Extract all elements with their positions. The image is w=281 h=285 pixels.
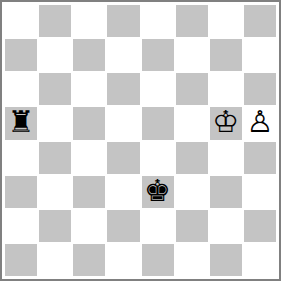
square-f5: [175, 106, 209, 140]
square-c8: [72, 4, 106, 38]
square-f1: [175, 243, 209, 277]
square-g1: [209, 243, 243, 277]
square-d7: [106, 38, 140, 72]
square-b5: [38, 106, 72, 140]
square-g7: [209, 38, 243, 72]
chess-diagram-page: ♜♔♙♚: [0, 0, 281, 285]
square-c7: [72, 38, 106, 72]
square-d8: [106, 4, 140, 38]
square-b2: [38, 209, 72, 243]
square-g4: [209, 141, 243, 175]
square-d4: [106, 141, 140, 175]
square-h4: [243, 141, 277, 175]
square-f4: [175, 141, 209, 175]
square-d1: [106, 243, 140, 277]
square-c4: [72, 141, 106, 175]
square-e4: [141, 141, 175, 175]
square-a7: [4, 38, 38, 72]
square-e8: [141, 4, 175, 38]
square-h3: [243, 175, 277, 209]
square-d6: [106, 72, 140, 106]
square-e3: ♚: [141, 175, 175, 209]
square-b4: [38, 141, 72, 175]
piece-black-rook: ♜: [8, 107, 35, 137]
square-b1: [38, 243, 72, 277]
square-d2: [106, 209, 140, 243]
square-b8: [38, 4, 72, 38]
square-e6: [141, 72, 175, 106]
piece-black-king: ♚: [144, 176, 171, 206]
square-c2: [72, 209, 106, 243]
square-f7: [175, 38, 209, 72]
square-f3: [175, 175, 209, 209]
square-a4: [4, 141, 38, 175]
square-c5: [72, 106, 106, 140]
square-a2: [4, 209, 38, 243]
square-h1: [243, 243, 277, 277]
square-c3: [72, 175, 106, 209]
square-e7: [141, 38, 175, 72]
square-d3: [106, 175, 140, 209]
piece-white-pawn: ♙: [246, 107, 273, 137]
square-d5: [106, 106, 140, 140]
square-a6: [4, 72, 38, 106]
square-b6: [38, 72, 72, 106]
square-h2: [243, 209, 277, 243]
square-a5: ♜: [4, 106, 38, 140]
square-a8: [4, 4, 38, 38]
square-h7: [243, 38, 277, 72]
square-h6: [243, 72, 277, 106]
square-c1: [72, 243, 106, 277]
square-f6: [175, 72, 209, 106]
square-g6: [209, 72, 243, 106]
square-b3: [38, 175, 72, 209]
square-f8: [175, 4, 209, 38]
square-e2: [141, 209, 175, 243]
square-f2: [175, 209, 209, 243]
square-e1: [141, 243, 175, 277]
chess-board: ♜♔♙♚: [0, 0, 281, 281]
square-h8: [243, 4, 277, 38]
square-g8: [209, 4, 243, 38]
square-g3: [209, 175, 243, 209]
square-c6: [72, 72, 106, 106]
piece-white-king: ♔: [212, 107, 239, 137]
square-a3: [4, 175, 38, 209]
square-h5: ♙: [243, 106, 277, 140]
square-a1: [4, 243, 38, 277]
square-g5: ♔: [209, 106, 243, 140]
square-g2: [209, 209, 243, 243]
square-b7: [38, 38, 72, 72]
square-e5: [141, 106, 175, 140]
